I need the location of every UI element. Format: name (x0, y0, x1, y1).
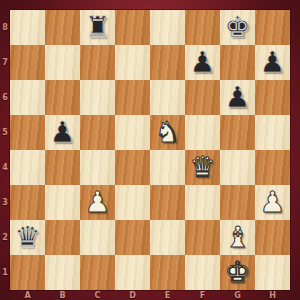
square-e3[interactable] (150, 185, 185, 220)
square-c7[interactable] (80, 45, 115, 80)
square-g5[interactable] (220, 115, 255, 150)
rank-label-4: 4 (0, 150, 10, 185)
square-a2[interactable]: ♛ (10, 220, 45, 255)
chess-board: ♜♚♟♟♟♟♞♛♟♟♛♝♚ (10, 10, 290, 290)
square-e8[interactable] (150, 10, 185, 45)
square-b8[interactable] (45, 10, 80, 45)
square-c2[interactable] (80, 220, 115, 255)
square-b1[interactable] (45, 255, 80, 290)
piece-black-queen[interactable]: ♛ (15, 220, 41, 255)
square-d3[interactable] (115, 185, 150, 220)
file-label-d: D (115, 290, 150, 300)
file-labels: ABCDEFGH (10, 290, 290, 300)
piece-white-knight[interactable]: ♞ (155, 115, 181, 150)
square-e7[interactable] (150, 45, 185, 80)
piece-black-rook[interactable]: ♜ (85, 10, 111, 45)
square-a6[interactable] (10, 80, 45, 115)
square-g6[interactable]: ♟ (220, 80, 255, 115)
square-c6[interactable] (80, 80, 115, 115)
square-a4[interactable] (10, 150, 45, 185)
square-c8[interactable]: ♜ (80, 10, 115, 45)
rank-label-6: 6 (0, 80, 10, 115)
file-label-b: B (45, 290, 80, 300)
square-h3[interactable]: ♟ (255, 185, 290, 220)
square-f8[interactable] (185, 10, 220, 45)
file-label-f: F (185, 290, 220, 300)
square-e4[interactable] (150, 150, 185, 185)
square-e2[interactable] (150, 220, 185, 255)
square-h6[interactable] (255, 80, 290, 115)
file-label-g: G (220, 290, 255, 300)
rank-label-7: 7 (0, 45, 10, 80)
rank-label-5: 5 (0, 115, 10, 150)
square-h2[interactable] (255, 220, 290, 255)
square-d7[interactable] (115, 45, 150, 80)
file-label-e: E (150, 290, 185, 300)
piece-white-king[interactable]: ♚ (225, 255, 251, 290)
square-g2[interactable]: ♝ (220, 220, 255, 255)
square-c5[interactable] (80, 115, 115, 150)
square-d4[interactable] (115, 150, 150, 185)
rank-label-8: 8 (0, 10, 10, 45)
square-f5[interactable] (185, 115, 220, 150)
square-b3[interactable] (45, 185, 80, 220)
piece-black-king[interactable]: ♚ (225, 10, 251, 45)
piece-white-pawn[interactable]: ♟ (85, 185, 111, 220)
piece-black-pawn[interactable]: ♟ (225, 80, 251, 115)
square-e5[interactable]: ♞ (150, 115, 185, 150)
file-label-c: C (80, 290, 115, 300)
piece-black-pawn[interactable]: ♟ (50, 115, 76, 150)
square-d1[interactable] (115, 255, 150, 290)
square-h1[interactable] (255, 255, 290, 290)
square-f3[interactable] (185, 185, 220, 220)
square-b5[interactable]: ♟ (45, 115, 80, 150)
square-b6[interactable] (45, 80, 80, 115)
chess-board-frame: 87654321 ABCDEFGH ♜♚♟♟♟♟♞♛♟♟♛♝♚ (0, 0, 300, 300)
square-h8[interactable] (255, 10, 290, 45)
rank-label-1: 1 (0, 255, 10, 290)
square-a1[interactable] (10, 255, 45, 290)
square-f7[interactable]: ♟ (185, 45, 220, 80)
square-a3[interactable] (10, 185, 45, 220)
square-c4[interactable] (80, 150, 115, 185)
square-c1[interactable] (80, 255, 115, 290)
square-a8[interactable] (10, 10, 45, 45)
square-h7[interactable]: ♟ (255, 45, 290, 80)
square-e6[interactable] (150, 80, 185, 115)
square-b4[interactable] (45, 150, 80, 185)
square-d6[interactable] (115, 80, 150, 115)
square-g3[interactable] (220, 185, 255, 220)
square-a5[interactable] (10, 115, 45, 150)
file-label-a: A (10, 290, 45, 300)
square-h4[interactable] (255, 150, 290, 185)
rank-labels: 87654321 (0, 10, 10, 290)
square-f4[interactable]: ♛ (185, 150, 220, 185)
piece-white-bishop[interactable]: ♝ (225, 220, 251, 255)
file-label-h: H (255, 290, 290, 300)
square-d2[interactable] (115, 220, 150, 255)
piece-black-pawn[interactable]: ♟ (260, 45, 286, 80)
square-c3[interactable]: ♟ (80, 185, 115, 220)
square-g1[interactable]: ♚ (220, 255, 255, 290)
square-f1[interactable] (185, 255, 220, 290)
square-g4[interactable] (220, 150, 255, 185)
square-f6[interactable] (185, 80, 220, 115)
square-e1[interactable] (150, 255, 185, 290)
piece-white-pawn[interactable]: ♟ (260, 185, 286, 220)
square-b7[interactable] (45, 45, 80, 80)
square-g7[interactable] (220, 45, 255, 80)
square-b2[interactable] (45, 220, 80, 255)
square-d5[interactable] (115, 115, 150, 150)
square-f2[interactable] (185, 220, 220, 255)
rank-label-3: 3 (0, 185, 10, 220)
piece-black-pawn[interactable]: ♟ (190, 45, 216, 80)
square-g8[interactable]: ♚ (220, 10, 255, 45)
square-d8[interactable] (115, 10, 150, 45)
square-a7[interactable] (10, 45, 45, 80)
rank-label-2: 2 (0, 220, 10, 255)
square-h5[interactable] (255, 115, 290, 150)
piece-white-queen[interactable]: ♛ (190, 150, 216, 185)
